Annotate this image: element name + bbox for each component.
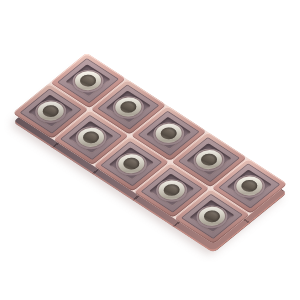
- insert-well: [189, 200, 234, 233]
- insert-well: [106, 90, 151, 123]
- product-photo: [0, 0, 300, 300]
- insert-well: [28, 95, 73, 128]
- insert-well: [68, 121, 113, 154]
- insert-well: [186, 143, 231, 176]
- insert-well: [146, 117, 191, 150]
- insert-well: [227, 169, 272, 202]
- insert-well: [109, 147, 154, 180]
- insert-well: [149, 174, 194, 207]
- insert-well: [65, 64, 110, 97]
